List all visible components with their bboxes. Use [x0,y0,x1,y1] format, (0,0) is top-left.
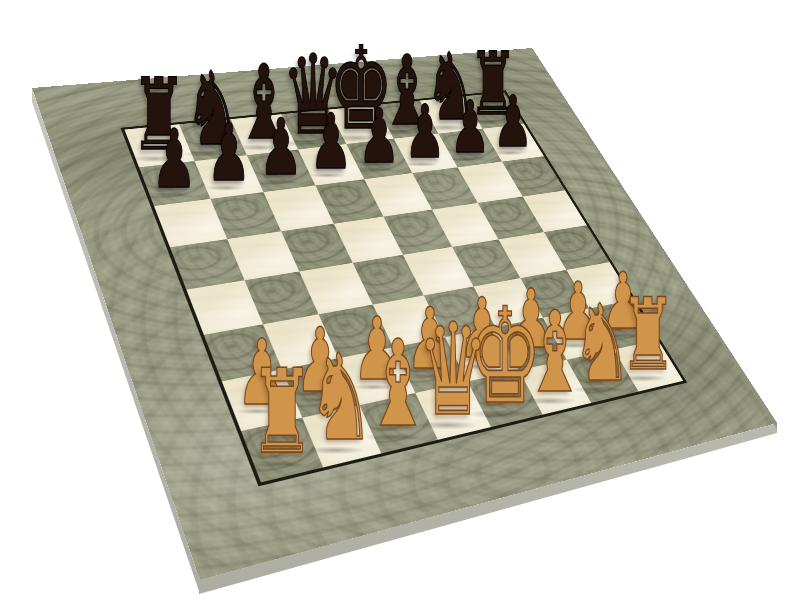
piece-black-pawn-h7[interactable]: ♟ [493,87,533,158]
piece-white-rook-a1[interactable]: ♜ [249,355,315,471]
piece-white-knight-b1[interactable]: ♞ [308,339,375,458]
piece-black-pawn-d7[interactable]: ♟ [309,105,352,181]
piece-black-pawn-a7[interactable]: ♟ [152,119,198,200]
chessboard-photo: ♜♞♝♛♚♝♞♜♟♟♟♟♟♟♟♟♟♟♟♟♟♟♟♟♜♞♝♛♚♝♞♜ [0,0,800,600]
piece-black-pawn-b7[interactable]: ♟ [206,114,251,193]
piece-black-pawn-c7[interactable]: ♟ [259,109,303,187]
piece-black-pawn-e7[interactable]: ♟ [358,100,400,175]
piece-black-pawn-f7[interactable]: ♟ [405,96,446,169]
piece-white-bishop-c1[interactable]: ♝ [365,326,432,445]
pieces-layer: ♜♞♝♛♚♝♞♜♟♟♟♟♟♟♟♟♟♟♟♟♟♟♟♟♜♞♝♛♚♝♞♜ [0,0,800,600]
piece-black-pawn-g7[interactable]: ♟ [450,92,491,164]
